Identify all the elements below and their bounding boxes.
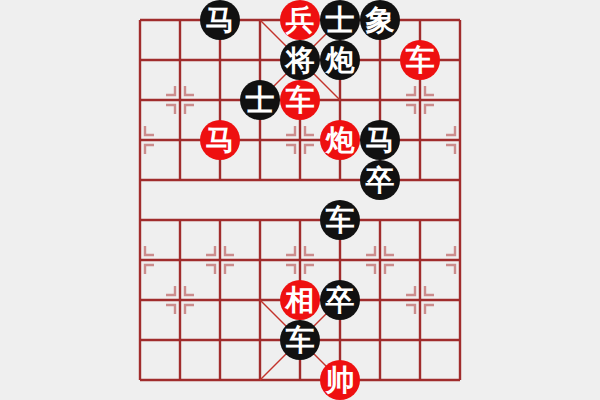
black-horse[interactable]: 马 xyxy=(360,120,400,160)
black-chariot[interactable]: 车 xyxy=(320,200,360,240)
red-horse[interactable]: 马 xyxy=(200,120,240,160)
red-general[interactable]: 帅 xyxy=(320,360,360,400)
black-soldier[interactable]: 卒 xyxy=(360,160,400,200)
black-advisor[interactable]: 士 xyxy=(320,0,360,40)
black-elephant[interactable]: 象 xyxy=(360,0,400,40)
xiangqi-board: 马兵士象将炮车士车马炮马卒车相卒车帅 xyxy=(0,0,600,400)
red-chariot[interactable]: 车 xyxy=(280,80,320,120)
black-advisor[interactable]: 士 xyxy=(240,80,280,120)
red-chariot[interactable]: 车 xyxy=(400,40,440,80)
black-horse[interactable]: 马 xyxy=(200,0,240,40)
red-cannon[interactable]: 炮 xyxy=(320,120,360,160)
black-chariot[interactable]: 车 xyxy=(280,320,320,360)
piece-grid: 马兵士象将炮车士车马炮马卒车相卒车帅 xyxy=(120,0,480,400)
black-soldier[interactable]: 卒 xyxy=(320,280,360,320)
red-elephant[interactable]: 相 xyxy=(280,280,320,320)
red-soldier[interactable]: 兵 xyxy=(280,0,320,40)
black-cannon[interactable]: 炮 xyxy=(320,40,360,80)
black-general[interactable]: 将 xyxy=(280,40,320,80)
